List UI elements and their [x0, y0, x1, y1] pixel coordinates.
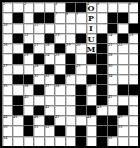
grid-cell[interactable] [65, 125, 75, 135]
grid-cell[interactable]: 29 [75, 64, 85, 74]
grid-cell[interactable] [33, 95, 43, 105]
grid-cell[interactable] [107, 105, 117, 115]
grid-cell[interactable]: 54 [2, 136, 12, 146]
grid-cell[interactable] [33, 2, 43, 12]
grid-cell[interactable] [96, 23, 106, 33]
clue-number: 28 [34, 64, 38, 67]
grid-cell[interactable]: 15 [128, 33, 138, 43]
grid-cell[interactable]: 16 [2, 43, 12, 53]
grid-cell[interactable] [117, 53, 127, 63]
clue-number: 19 [66, 43, 70, 46]
clue-number: 54 [3, 136, 7, 139]
grid-cell[interactable]: 47 [54, 115, 64, 125]
grid-cell[interactable]: 17 [33, 43, 43, 53]
clue-number: 9 [76, 12, 78, 15]
grid-cell[interactable] [23, 136, 33, 146]
grid-cell[interactable] [23, 12, 33, 22]
black-cell [96, 64, 106, 74]
grid-cell[interactable] [128, 125, 138, 135]
grid-cell[interactable] [128, 12, 138, 22]
clue-number: 32 [45, 74, 49, 77]
grid-cell[interactable] [128, 105, 138, 115]
black-cell [96, 125, 106, 135]
black-cell [44, 33, 54, 43]
grid-cell[interactable]: 21 [107, 43, 117, 53]
grid-cell[interactable] [12, 125, 22, 135]
black-cell [75, 2, 85, 12]
grid-cell[interactable] [117, 64, 127, 74]
grid-cell[interactable] [44, 2, 54, 12]
grid-cell[interactable]: 22 [117, 43, 127, 53]
black-cell [107, 115, 117, 125]
black-cell [75, 125, 85, 135]
grid-cell[interactable]: 37 [44, 84, 54, 94]
crossword-board: 1234O56789P1011I1213U14151617181920M2122… [0, 0, 140, 148]
black-cell [44, 12, 54, 22]
black-cell [117, 84, 127, 94]
grid-cell[interactable] [12, 2, 22, 12]
black-cell [96, 53, 106, 63]
grid-cell[interactable]: 50 [2, 125, 12, 135]
black-cell [86, 105, 96, 115]
clue-number: 3 [55, 2, 57, 5]
grid-cell[interactable]: 8 [65, 12, 75, 22]
grid-cell[interactable]: 13 [54, 33, 64, 43]
black-cell [44, 64, 54, 74]
clue-number: 26 [108, 53, 112, 56]
black-cell [96, 115, 106, 125]
black-cell [96, 43, 106, 53]
grid-cell[interactable] [23, 64, 33, 74]
grid-cell[interactable] [2, 95, 12, 105]
grid-cell[interactable] [128, 64, 138, 74]
black-cell [75, 95, 85, 105]
grid-cell[interactable]: 34 [107, 74, 117, 84]
grid-cell[interactable]: 11 [33, 23, 43, 33]
grid-cell[interactable] [128, 136, 138, 146]
clue-number: 52 [45, 125, 49, 128]
grid-cell[interactable]: 48 [86, 115, 96, 125]
grid-cell[interactable] [54, 105, 64, 115]
grid-cell[interactable]: 24 [44, 53, 54, 63]
grid-cell[interactable]: 27 [2, 64, 12, 74]
grid-cell[interactable]: U [86, 33, 96, 43]
grid-cell[interactable]: 2 [23, 2, 33, 12]
grid-cell[interactable] [128, 95, 138, 105]
grid-cell[interactable]: 53 [117, 125, 127, 135]
grid-cell[interactable] [117, 136, 127, 146]
filled-letter: U [86, 34, 96, 43]
clue-number: 48 [87, 115, 91, 118]
grid-cell[interactable]: 52 [44, 125, 54, 135]
black-cell [54, 43, 64, 53]
clue-number: 45 [13, 115, 17, 118]
clue-number: 34 [108, 74, 112, 77]
grid-cell[interactable]: 3 [54, 2, 64, 12]
grid-cell[interactable]: P [86, 12, 96, 22]
grid-cell[interactable]: 23 [23, 53, 33, 63]
grid-cell[interactable]: 7 [54, 12, 64, 22]
crossword-grid: 1234O56789P1011I1213U14151617181920M2122… [2, 2, 138, 146]
black-cell [23, 115, 33, 125]
black-cell [12, 105, 22, 115]
clue-number: 47 [55, 115, 59, 118]
grid-cell[interactable] [128, 74, 138, 84]
clue-number: 22 [118, 43, 122, 46]
grid-cell[interactable] [65, 23, 75, 33]
grid-cell[interactable]: 26 [107, 53, 117, 63]
black-cell [33, 53, 43, 63]
grid-cell[interactable] [96, 12, 106, 22]
grid-cell[interactable] [33, 136, 43, 146]
grid-cell[interactable] [44, 136, 54, 146]
grid-cell[interactable]: 38 [54, 84, 64, 94]
grid-cell[interactable] [12, 84, 22, 94]
black-cell [44, 115, 54, 125]
clue-number: 2 [24, 2, 26, 5]
black-cell [23, 43, 33, 53]
black-cell [65, 2, 75, 12]
clue-number: 51 [34, 125, 38, 128]
black-cell [96, 136, 106, 146]
clue-number: 20 [76, 43, 80, 46]
grid-cell[interactable]: 9 [75, 12, 85, 22]
grid-cell[interactable]: 55 [107, 136, 117, 146]
clue-number: 50 [3, 125, 7, 128]
grid-cell[interactable]: 25 [54, 53, 64, 63]
black-cell [33, 12, 43, 22]
clue-number: 46 [34, 115, 38, 118]
grid-cell[interactable] [86, 136, 96, 146]
black-cell [96, 33, 106, 43]
black-cell [12, 53, 22, 63]
grid-cell[interactable] [2, 105, 12, 115]
clue-number: 16 [3, 43, 7, 46]
clue-number: 21 [108, 43, 112, 46]
grid-cell[interactable] [128, 115, 138, 125]
black-cell [54, 125, 64, 135]
clue-number: 37 [45, 84, 49, 87]
grid-cell[interactable] [33, 33, 43, 43]
grid-cell[interactable]: 49 [117, 115, 127, 125]
black-cell [86, 53, 96, 63]
black-cell [117, 12, 127, 22]
clue-number: 24 [45, 53, 49, 56]
grid-cell[interactable]: I [86, 23, 96, 33]
clue-number: 12 [24, 33, 28, 36]
grid-cell[interactable] [2, 33, 12, 43]
grid-cell[interactable] [54, 64, 64, 74]
clue-number: 23 [24, 53, 28, 56]
grid-cell[interactable] [54, 23, 64, 33]
grid-cell[interactable] [65, 115, 75, 125]
clue-number: 36 [24, 84, 28, 87]
black-cell [128, 23, 138, 33]
clue-number: 8 [66, 12, 68, 15]
black-cell [75, 136, 85, 146]
clue-number: 39 [87, 84, 91, 87]
black-cell [33, 105, 43, 115]
black-cell [117, 33, 127, 43]
black-cell [33, 84, 43, 94]
grid-cell[interactable] [65, 95, 75, 105]
filled-letter: O [86, 3, 96, 12]
grid-cell[interactable]: 19 [65, 43, 75, 53]
grid-cell[interactable] [44, 23, 54, 33]
grid-cell[interactable]: 10 [2, 23, 12, 33]
clue-number: 43 [97, 105, 101, 108]
grid-cell[interactable] [75, 74, 85, 84]
grid-cell[interactable] [86, 64, 96, 74]
black-cell [75, 33, 85, 43]
black-cell [107, 12, 117, 22]
clue-number: 40 [24, 95, 28, 98]
grid-cell[interactable]: 14 [107, 33, 117, 43]
grid-cell[interactable]: M [86, 43, 96, 53]
filled-letter: M [86, 44, 96, 53]
filled-letter: P [86, 13, 96, 22]
grid-cell[interactable]: 41 [107, 95, 117, 105]
black-cell [23, 125, 33, 135]
black-cell [86, 74, 96, 84]
clue-number: 53 [118, 125, 122, 128]
clue-number: 41 [108, 95, 112, 98]
grid-cell[interactable] [117, 23, 127, 33]
grid-cell[interactable]: 18 [44, 43, 54, 53]
grid-cell[interactable] [12, 23, 22, 33]
clue-number: 17 [34, 43, 38, 46]
filled-letter: I [86, 24, 96, 33]
clue-number: 18 [45, 43, 49, 46]
grid-cell[interactable] [65, 33, 75, 43]
grid-cell[interactable] [128, 53, 138, 63]
grid-cell[interactable]: 12 [23, 33, 33, 43]
clue-number: 7 [55, 12, 57, 15]
grid-cell[interactable] [2, 12, 12, 22]
clue-number: 14 [108, 33, 112, 36]
grid-cell[interactable]: 1 [2, 2, 12, 12]
grid-cell[interactable]: 30 [107, 64, 117, 74]
grid-cell[interactable]: 40 [23, 95, 33, 105]
clue-number: 42 [45, 105, 49, 108]
black-cell [23, 74, 33, 84]
grid-cell[interactable] [128, 43, 138, 53]
grid-cell[interactable]: 28 [33, 64, 43, 74]
black-cell [117, 105, 127, 115]
grid-cell[interactable] [23, 105, 33, 115]
clue-number: 5 [97, 2, 99, 5]
clue-number: 33 [66, 74, 70, 77]
grid-cell[interactable] [107, 2, 117, 12]
black-cell [75, 105, 85, 115]
grid-cell[interactable]: 33 [65, 74, 75, 84]
grid-cell[interactable] [117, 95, 127, 105]
grid-cell[interactable] [23, 23, 33, 33]
grid-cell[interactable] [86, 95, 96, 105]
grid-cell[interactable] [2, 74, 12, 84]
black-cell [65, 53, 75, 63]
black-cell [65, 64, 75, 74]
black-cell [96, 74, 106, 84]
black-cell [96, 84, 106, 94]
clue-number: 44 [3, 115, 7, 118]
grid-cell[interactable]: 44 [2, 115, 12, 125]
clue-number: 13 [55, 33, 59, 36]
grid-cell[interactable] [65, 84, 75, 94]
black-cell [12, 12, 22, 22]
clue-number: 15 [129, 33, 133, 36]
grid-cell[interactable] [65, 136, 75, 146]
clue-number: 49 [118, 115, 122, 118]
black-cell [107, 125, 117, 135]
grid-cell[interactable] [75, 115, 85, 125]
grid-cell[interactable]: 51 [33, 125, 43, 135]
grid-cell[interactable] [107, 84, 117, 94]
grid-cell[interactable] [75, 23, 85, 33]
clue-number: 27 [3, 64, 7, 67]
clue-number: 35 [3, 84, 7, 87]
black-cell [75, 84, 85, 94]
grid-cell[interactable] [12, 136, 22, 146]
clue-number: 30 [108, 64, 112, 67]
clue-number: 29 [76, 64, 80, 67]
grid-cell[interactable]: 31 [33, 74, 43, 84]
clue-number: 10 [3, 23, 7, 26]
grid-cell[interactable]: 36 [23, 84, 33, 94]
clue-number: 6 [129, 2, 131, 5]
grid-cell[interactable]: 20 [75, 43, 85, 53]
grid-cell[interactable] [44, 95, 54, 105]
grid-cell[interactable]: 39 [86, 84, 96, 94]
clue-number: 1 [3, 2, 5, 5]
grid-cell[interactable] [12, 43, 22, 53]
black-cell [54, 74, 64, 84]
clue-number: 31 [34, 74, 38, 77]
black-cell [107, 23, 117, 33]
black-cell [12, 74, 22, 84]
grid-cell[interactable]: 32 [44, 74, 54, 84]
black-cell [12, 95, 22, 105]
grid-cell[interactable] [117, 74, 127, 84]
black-cell [96, 95, 106, 105]
clue-number: 55 [108, 136, 112, 139]
grid-cell[interactable] [54, 95, 64, 105]
black-cell [12, 33, 22, 43]
grid-cell[interactable] [54, 136, 64, 146]
grid-cell[interactable] [65, 105, 75, 115]
grid-cell[interactable] [2, 53, 12, 63]
grid-cell[interactable]: 46 [33, 115, 43, 125]
grid-cell[interactable]: 42 [44, 105, 54, 115]
grid-cell[interactable] [75, 53, 85, 63]
grid-cell[interactable]: 35 [2, 84, 12, 94]
grid-cell[interactable]: 6 [128, 2, 138, 12]
grid-cell[interactable]: 4O [86, 2, 96, 12]
grid-cell[interactable] [117, 2, 127, 12]
grid-cell[interactable] [12, 64, 22, 74]
grid-cell[interactable]: 45 [12, 115, 22, 125]
black-cell [128, 84, 138, 94]
clue-number: 11 [34, 23, 38, 26]
grid-cell[interactable]: 5 [96, 2, 106, 12]
clue-number: 38 [55, 84, 59, 87]
grid-cell[interactable]: 43 [96, 105, 106, 115]
grid-cell[interactable] [86, 125, 96, 135]
clue-number: 25 [55, 53, 59, 56]
